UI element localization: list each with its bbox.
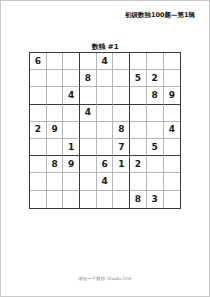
cell-r7c2: 8 [47,156,64,173]
cell-r8c3 [63,173,80,190]
cell-r9c2 [47,191,64,208]
cell-r7c9 [164,156,181,173]
cell-r1c2 [47,53,64,70]
cell-r5c8 [147,122,164,139]
cell-r3c5 [97,87,114,104]
cell-r2c8: 2 [147,70,164,87]
header-title: 初级数独100题—第1辑 [125,11,195,20]
cell-r5c3 [63,122,80,139]
cell-r3c4 [80,87,97,104]
cell-r6c9 [164,139,181,156]
puzzle-title: 数独 #1 [1,42,209,52]
cell-r6c7 [130,139,147,156]
cell-r9c8: 3 [147,191,164,208]
cell-r5c2: 9 [47,122,64,139]
cell-r2c1 [30,70,47,87]
cell-r9c9 [164,191,181,208]
cell-r6c4 [80,139,97,156]
cell-r4c4: 4 [80,105,97,122]
cell-r2c5 [97,70,114,87]
cell-r2c6 [113,70,130,87]
cell-r4c6 [113,105,130,122]
cell-r1c9 [164,53,181,70]
cell-r8c4 [80,173,97,190]
cell-r9c6 [113,191,130,208]
cell-r9c3 [63,191,80,208]
cell-r1c7 [130,53,147,70]
cell-r8c9 [164,173,181,190]
cell-r8c1 [30,173,47,190]
cell-r8c7 [130,173,147,190]
cell-r4c5 [97,105,114,122]
cell-r7c3: 9 [63,156,80,173]
cell-r4c9 [164,105,181,122]
cell-r6c3: 1 [63,139,80,156]
cell-r6c8: 5 [147,139,164,156]
cell-r8c8 [147,173,164,190]
cell-r7c8 [147,156,164,173]
cell-r3c8: 8 [147,87,164,104]
cell-r2c9 [164,70,181,87]
cell-r4c7 [130,105,147,122]
cell-r9c5 [97,191,114,208]
footer-text: 做每一个数独 Shudu.One [1,276,209,281]
cell-r3c3: 4 [63,87,80,104]
cell-r6c5 [97,139,114,156]
cell-r8c5: 4 [97,173,114,190]
cell-r5c7 [130,122,147,139]
cell-r6c6: 7 [113,139,130,156]
cell-r4c8 [147,105,164,122]
cell-r5c4 [80,122,97,139]
sudoku-page: 初级数独100题—第1辑 数独 #1 648524894298417589612… [0,0,210,297]
cell-r7c5: 6 [97,156,114,173]
cell-r1c5: 4 [97,53,114,70]
cell-r3c1 [30,87,47,104]
cell-r6c1 [30,139,47,156]
cell-r7c7: 2 [130,156,147,173]
cell-r6c2 [47,139,64,156]
cell-r1c3 [63,53,80,70]
cell-r1c8 [147,53,164,70]
cell-r2c7: 5 [130,70,147,87]
cell-r9c7: 8 [130,191,147,208]
cell-r8c2 [47,173,64,190]
cell-r1c6 [113,53,130,70]
cell-r2c2 [47,70,64,87]
cell-r2c4: 8 [80,70,97,87]
cell-r9c4 [80,191,97,208]
sudoku-grid: 648524894298417589612483 [29,52,181,209]
cell-r1c1: 6 [30,53,47,70]
cell-r5c9: 4 [164,122,181,139]
cell-r5c5 [97,122,114,139]
cell-r8c6 [113,173,130,190]
cell-r3c7 [130,87,147,104]
cell-r3c9: 9 [164,87,181,104]
cell-r7c6: 1 [113,156,130,173]
cell-r1c4 [80,53,97,70]
cell-r4c1 [30,105,47,122]
cell-r3c2 [47,87,64,104]
cell-r5c6: 8 [113,122,130,139]
cell-r9c1 [30,191,47,208]
cell-r2c3 [63,70,80,87]
cell-r4c2 [47,105,64,122]
cell-r7c4 [80,156,97,173]
cell-r4c3 [63,105,80,122]
cell-r7c1 [30,156,47,173]
cell-r3c6 [113,87,130,104]
cell-r5c1: 2 [30,122,47,139]
